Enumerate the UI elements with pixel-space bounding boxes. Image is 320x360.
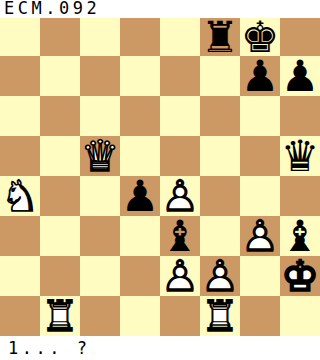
square-h2[interactable]: ♚♔ <box>280 256 320 296</box>
white-pawn: ♟♙ <box>160 256 200 296</box>
black-rook: ♜ <box>200 17 240 57</box>
square-f5[interactable] <box>200 136 240 176</box>
black-pawn: ♟ <box>240 56 280 96</box>
square-c5[interactable]: ♛♕ <box>80 136 120 176</box>
piece-glyph: ♜ <box>200 17 240 57</box>
square-d2[interactable] <box>120 256 160 296</box>
black-pawn: ♟ <box>120 176 160 216</box>
square-a8[interactable] <box>0 18 40 56</box>
square-d1[interactable] <box>120 296 160 336</box>
square-f1[interactable]: ♜♖ <box>200 296 240 336</box>
square-f3[interactable] <box>200 216 240 256</box>
square-c8[interactable] <box>80 18 120 56</box>
black-queen: ♛ <box>280 136 320 176</box>
piece-glyph-outline: ♕ <box>80 136 120 176</box>
black-bishop: ♝ <box>160 216 200 256</box>
square-g3[interactable]: ♟♙ <box>240 216 280 256</box>
square-e3[interactable]: ♝ <box>160 216 200 256</box>
piece-glyph: ♟ <box>240 56 280 96</box>
square-h4[interactable] <box>280 176 320 216</box>
square-b5[interactable] <box>40 136 80 176</box>
square-e7[interactable] <box>160 56 200 96</box>
square-a4[interactable]: ♞♘ <box>0 176 40 216</box>
square-c2[interactable] <box>80 256 120 296</box>
square-g5[interactable] <box>240 136 280 176</box>
square-g6[interactable] <box>240 96 280 136</box>
square-a6[interactable] <box>0 96 40 136</box>
square-g7[interactable]: ♟ <box>240 56 280 96</box>
square-h3[interactable]: ♝ <box>280 216 320 256</box>
piece-glyph: ♟ <box>120 176 160 216</box>
square-e2[interactable]: ♟♙ <box>160 256 200 296</box>
square-e6[interactable] <box>160 96 200 136</box>
chess-board: ♜♚♟♟♛♕♛♞♘♟♟♙♝♟♙♝♟♙♟♙♚♔♜♖♜♖ <box>0 18 320 336</box>
square-a3[interactable] <box>0 216 40 256</box>
square-b8[interactable] <box>40 18 80 56</box>
piece-glyph-outline: ♙ <box>160 256 200 296</box>
square-e4[interactable]: ♟♙ <box>160 176 200 216</box>
piece-glyph: ♝ <box>160 216 200 256</box>
white-king: ♚♔ <box>280 256 320 296</box>
square-b7[interactable] <box>40 56 80 96</box>
square-b6[interactable] <box>40 96 80 136</box>
square-d4[interactable]: ♟ <box>120 176 160 216</box>
square-f2[interactable]: ♟♙ <box>200 256 240 296</box>
black-pawn: ♟ <box>280 56 320 96</box>
white-pawn: ♟♙ <box>160 176 200 216</box>
piece-glyph: ♝ <box>280 216 320 256</box>
piece-glyph-outline: ♙ <box>160 176 200 216</box>
square-e8[interactable] <box>160 18 200 56</box>
white-pawn: ♟♙ <box>240 216 280 256</box>
square-f4[interactable] <box>200 176 240 216</box>
move-prompt: 1... ? <box>0 336 320 360</box>
square-h6[interactable] <box>280 96 320 136</box>
square-b2[interactable] <box>40 256 80 296</box>
piece-glyph: ♟ <box>280 56 320 96</box>
square-g2[interactable] <box>240 256 280 296</box>
square-h1[interactable] <box>280 296 320 336</box>
square-g4[interactable] <box>240 176 280 216</box>
square-d8[interactable] <box>120 18 160 56</box>
piece-glyph-outline: ♘ <box>0 176 40 216</box>
white-pawn: ♟♙ <box>200 256 240 296</box>
white-rook: ♜♖ <box>40 296 80 336</box>
square-d6[interactable] <box>120 96 160 136</box>
square-g1[interactable] <box>240 296 280 336</box>
square-h5[interactable]: ♛ <box>280 136 320 176</box>
piece-glyph-outline: ♙ <box>200 256 240 296</box>
square-h7[interactable]: ♟ <box>280 56 320 96</box>
white-rook: ♜♖ <box>200 296 240 336</box>
black-bishop: ♝ <box>280 216 320 256</box>
square-a7[interactable] <box>0 56 40 96</box>
square-f6[interactable] <box>200 96 240 136</box>
square-a5[interactable] <box>0 136 40 176</box>
square-c3[interactable] <box>80 216 120 256</box>
square-a1[interactable] <box>0 296 40 336</box>
square-f7[interactable] <box>200 56 240 96</box>
piece-glyph-outline: ♔ <box>280 256 320 296</box>
white-knight: ♞♘ <box>0 176 40 216</box>
square-b4[interactable] <box>40 176 80 216</box>
square-f8[interactable]: ♜ <box>200 18 240 56</box>
square-c4[interactable] <box>80 176 120 216</box>
square-d5[interactable] <box>120 136 160 176</box>
square-a2[interactable] <box>0 256 40 296</box>
square-c7[interactable] <box>80 56 120 96</box>
square-e1[interactable] <box>160 296 200 336</box>
square-d7[interactable] <box>120 56 160 96</box>
piece-glyph-outline: ♙ <box>240 216 280 256</box>
square-b1[interactable]: ♜♖ <box>40 296 80 336</box>
piece-glyph-outline: ♖ <box>40 296 80 336</box>
piece-glyph: ♛ <box>280 136 320 176</box>
piece-glyph-outline: ♖ <box>200 296 240 336</box>
square-c6[interactable] <box>80 96 120 136</box>
square-e5[interactable] <box>160 136 200 176</box>
white-queen: ♛♕ <box>80 136 120 176</box>
square-c1[interactable] <box>80 296 120 336</box>
square-b3[interactable] <box>40 216 80 256</box>
square-d3[interactable] <box>120 216 160 256</box>
